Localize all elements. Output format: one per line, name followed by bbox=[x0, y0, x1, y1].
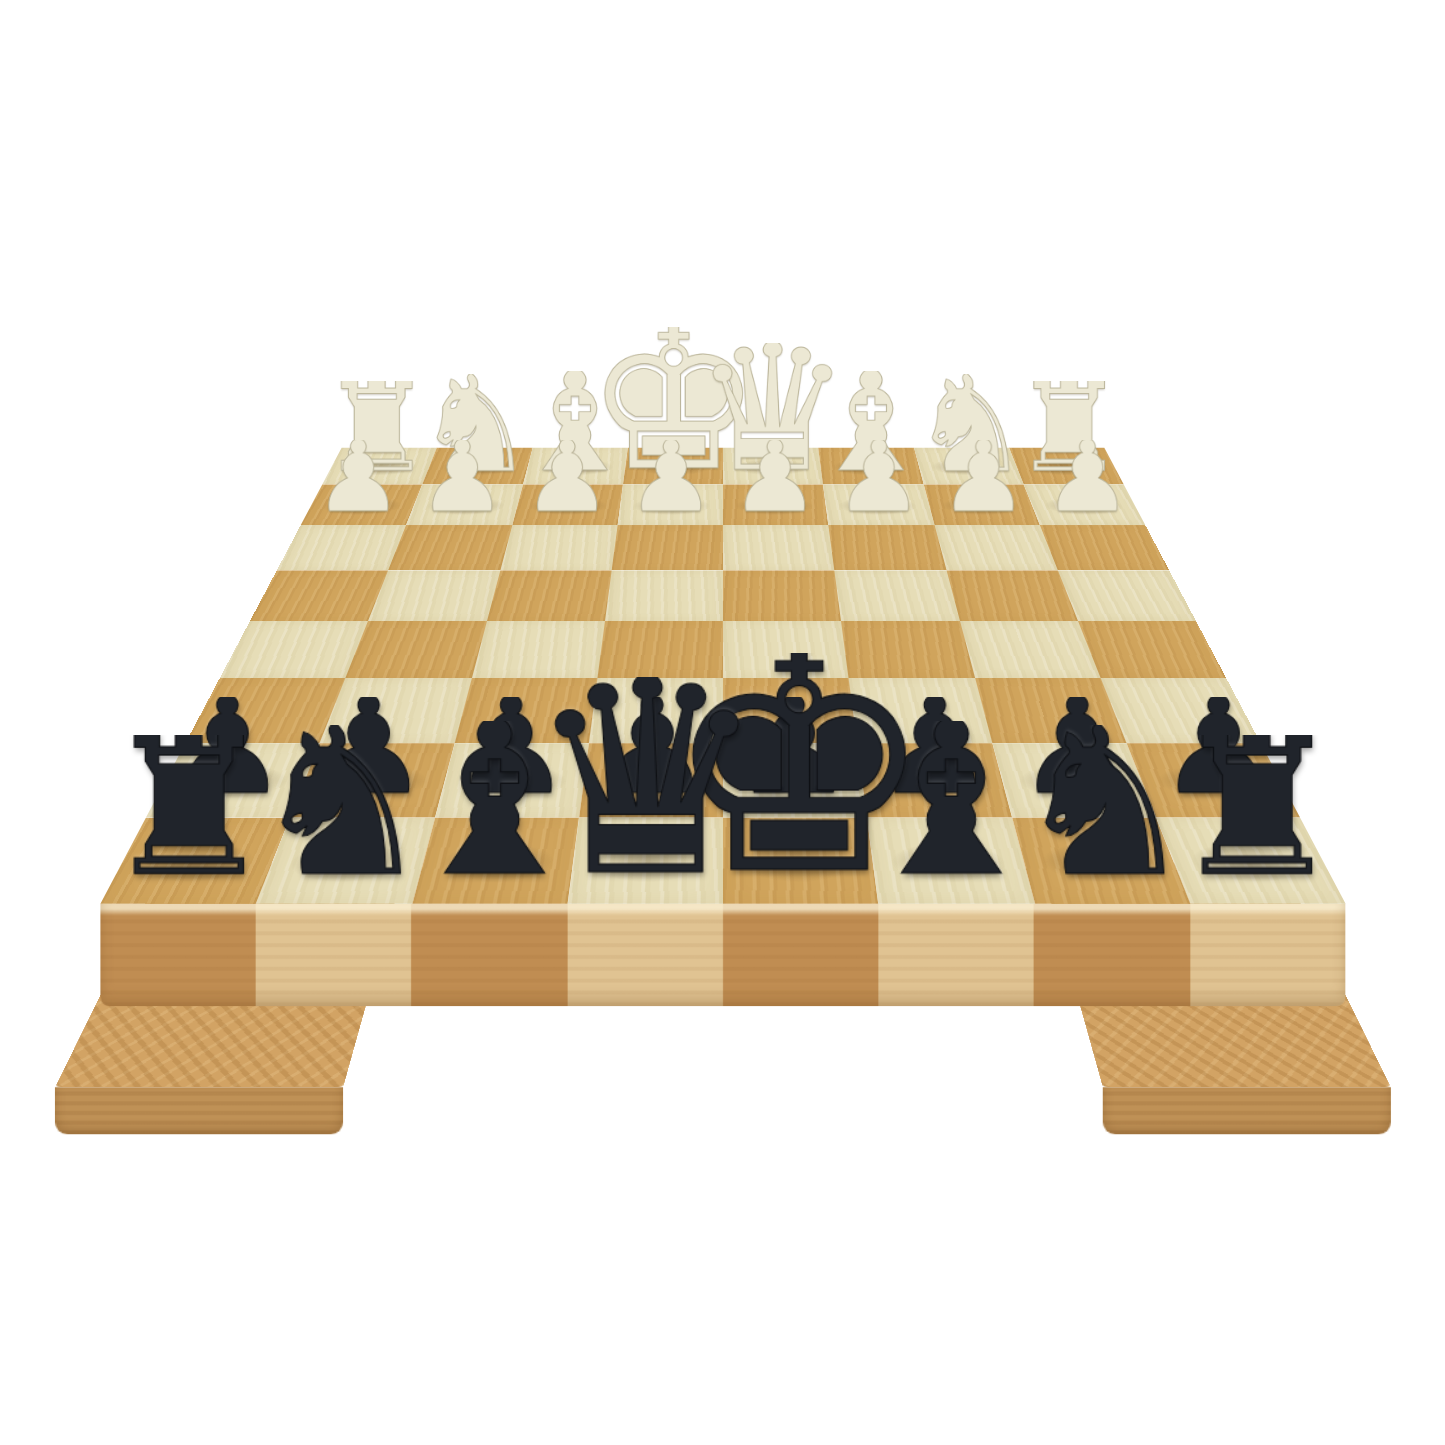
square-d2[interactable]: ♟ bbox=[723, 485, 829, 526]
white-pawn-e2[interactable]: ♟ bbox=[626, 440, 714, 514]
black-rook-a8[interactable]: ♜ bbox=[1170, 735, 1343, 880]
square-f4[interactable] bbox=[486, 570, 611, 621]
black-rook-h8[interactable]: ♜ bbox=[102, 735, 275, 880]
square-c8[interactable]: ♝ bbox=[867, 817, 1034, 903]
square-f8[interactable]: ♝ bbox=[411, 817, 578, 903]
square-h3[interactable] bbox=[276, 525, 405, 570]
white-pawn-b2[interactable]: ♟ bbox=[939, 440, 1027, 514]
square-d3[interactable] bbox=[723, 525, 835, 570]
square-b4[interactable] bbox=[946, 570, 1078, 621]
square-e2[interactable]: ♟ bbox=[617, 485, 723, 526]
square-g4[interactable] bbox=[368, 570, 500, 621]
square-f2[interactable]: ♟ bbox=[511, 485, 622, 526]
square-e3[interactable] bbox=[611, 525, 723, 570]
white-pawn-h2[interactable]: ♟ bbox=[314, 440, 402, 514]
square-b2[interactable]: ♟ bbox=[923, 485, 1039, 526]
board-left-foot-face bbox=[54, 1087, 342, 1134]
white-pawn-d2[interactable]: ♟ bbox=[730, 440, 818, 514]
product-photo-scene: ♜♞♝♚♛♝♞♜♟♟♟♟♟♟♟♟♟♟♟♟♟♟♟♟♜♞♝♛♚♝♞♜ bbox=[0, 0, 1445, 1445]
square-a4[interactable] bbox=[1057, 570, 1195, 621]
board-right-foot-face bbox=[1102, 1087, 1390, 1134]
square-c3[interactable] bbox=[828, 525, 946, 570]
white-pawn-a2[interactable]: ♟ bbox=[1043, 440, 1131, 514]
square-g2[interactable]: ♟ bbox=[406, 485, 522, 526]
black-bishop-c8[interactable]: ♝ bbox=[856, 720, 1047, 880]
chess-board: ♜♞♝♚♛♝♞♜♟♟♟♟♟♟♟♟♟♟♟♟♟♟♟♟♜♞♝♛♚♝♞♜ bbox=[100, 448, 1345, 904]
square-e8[interactable]: ♛ bbox=[567, 817, 723, 903]
black-bishop-f8[interactable]: ♝ bbox=[398, 720, 589, 880]
square-a3[interactable] bbox=[1039, 525, 1168, 570]
white-pawn-g2[interactable]: ♟ bbox=[418, 440, 506, 514]
square-a2[interactable]: ♟ bbox=[1023, 485, 1145, 526]
square-c2[interactable]: ♟ bbox=[823, 485, 934, 526]
white-pawn-f2[interactable]: ♟ bbox=[522, 440, 610, 514]
square-g3[interactable] bbox=[388, 525, 512, 570]
white-pawn-c2[interactable]: ♟ bbox=[834, 440, 922, 514]
square-f3[interactable] bbox=[499, 525, 617, 570]
board-front-face bbox=[100, 904, 1345, 1007]
square-h4[interactable] bbox=[250, 570, 388, 621]
square-h2[interactable]: ♟ bbox=[300, 485, 422, 526]
square-b3[interactable] bbox=[934, 525, 1058, 570]
